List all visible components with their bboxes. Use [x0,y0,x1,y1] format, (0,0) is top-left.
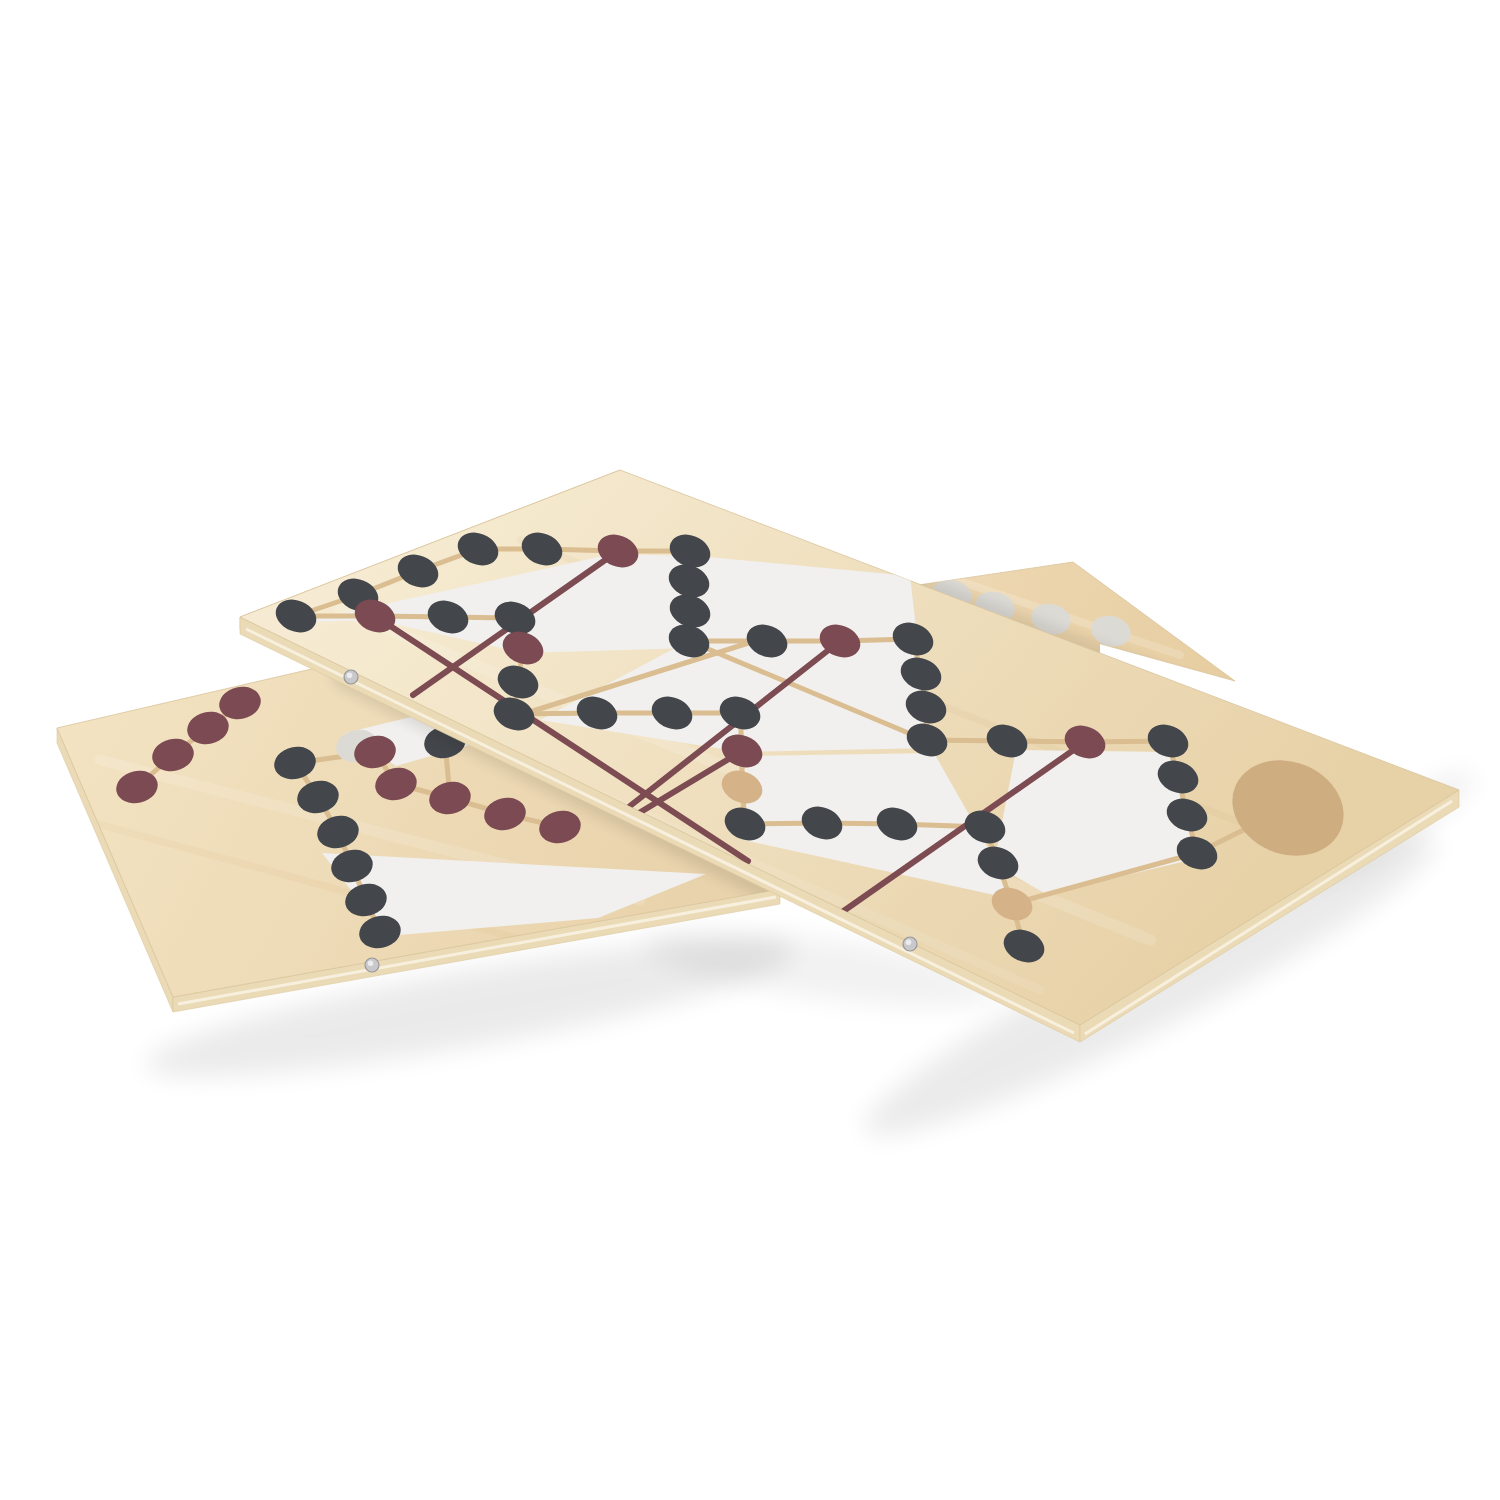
magnet-highlight [906,939,912,945]
magnet-highlight [368,960,374,966]
scene-svg [0,0,1500,1500]
board-photo-scene: Wooden two-sided race-track game boards … [0,0,1500,1500]
magnet-highlight [347,672,353,678]
